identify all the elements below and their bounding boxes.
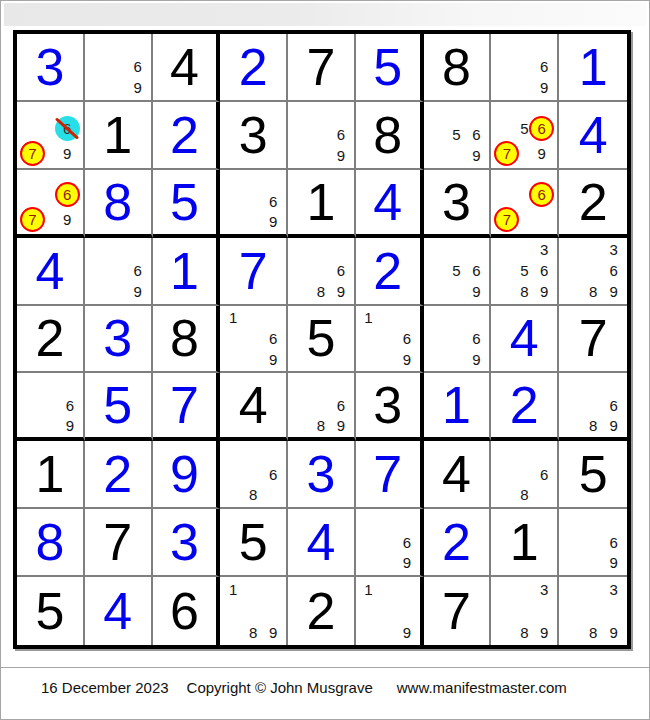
candidate-digit: 6: [540, 59, 548, 74]
cell-r9c7[interactable]: 7: [424, 577, 492, 645]
cell-r3c7[interactable]: 3: [424, 170, 492, 238]
solved-digit: 4: [35, 245, 64, 297]
candidate-digit: 9: [472, 148, 480, 163]
cell-r7c2[interactable]: 2: [85, 441, 153, 509]
cell-r9c2[interactable]: 4: [85, 577, 153, 645]
candidate-position: 3: [603, 240, 624, 261]
given-digit: 7: [307, 41, 336, 93]
cell-r9c1[interactable]: 5: [17, 577, 85, 645]
candidate-digit: 9: [66, 418, 74, 433]
cell-r6c3[interactable]: 7: [153, 373, 221, 441]
candidate-position: 6: [467, 328, 487, 349]
candidate-digit: 6: [133, 59, 141, 74]
solved-digit: 8: [35, 516, 64, 568]
cell-r4c1[interactable]: 4: [17, 238, 85, 306]
cell-r2c2[interactable]: 1: [85, 102, 153, 170]
cell-r7c1[interactable]: 1: [17, 441, 85, 509]
candidate-digit: 9: [610, 418, 618, 433]
candidate-position: 1: [359, 308, 378, 329]
cell-r5c1[interactable]: 2: [17, 306, 85, 374]
candidate-digit: 6: [269, 331, 277, 346]
cell-r3c4[interactable]: 69: [220, 170, 288, 238]
candidate-position: 6: [529, 116, 554, 141]
solved-digit: 2: [442, 516, 471, 568]
given-digit: 5: [307, 312, 336, 364]
cell-r6c4[interactable]: 4: [220, 373, 288, 441]
given-digit: 1: [307, 176, 336, 228]
given-digit: 1: [35, 448, 64, 500]
cell-r6c6[interactable]: 3: [356, 373, 424, 441]
cell-r3c5[interactable]: 1: [288, 170, 356, 238]
candidate-position: 9: [467, 281, 487, 302]
solved-digit: 7: [373, 448, 402, 500]
given-digit: 3: [373, 379, 402, 431]
candidate-digit: 6: [269, 467, 277, 482]
cell-r7c6[interactable]: 7: [356, 441, 424, 509]
candidate-position: 6: [397, 328, 416, 349]
given-digit: 3: [239, 109, 268, 161]
cell-r4c4[interactable]: 7: [220, 238, 288, 306]
candidate-grid: 69: [85, 238, 151, 304]
cell-r8c3[interactable]: 3: [153, 509, 221, 577]
candidate-position: 6: [467, 125, 487, 146]
given-digit: 3: [442, 176, 471, 228]
cell-r9c6[interactable]: 19: [356, 577, 424, 645]
cell-r4c8[interactable]: 35689: [491, 238, 559, 306]
candidate-position: 5: [514, 260, 534, 281]
candidate-position: 6: [397, 532, 416, 553]
cell-r5c8[interactable]: 4: [491, 306, 559, 374]
candidate-grid: 69: [288, 102, 354, 168]
cell-r6c9[interactable]: 689: [559, 373, 627, 441]
cell-r7c3[interactable]: 9: [153, 441, 221, 509]
candidate-position: 6: [55, 182, 80, 207]
candidate-digit: 9: [269, 214, 277, 229]
cell-r9c9[interactable]: 389: [559, 577, 627, 645]
given-digit: 8: [170, 312, 199, 364]
candidate-position: 9: [263, 212, 283, 232]
candidate-grid: 689: [559, 373, 627, 437]
candidate-digit: 9: [403, 625, 411, 640]
cell-r4c2[interactable]: 69: [85, 238, 153, 306]
candidate-position: 6: [534, 464, 554, 485]
given-digit: 2: [307, 585, 336, 637]
solved-digit: 4: [373, 176, 402, 228]
candidate-digit: 9: [337, 148, 345, 163]
solved-digit: 4: [510, 312, 539, 364]
candidate-grid: 679: [17, 102, 83, 168]
candidate-position: 6: [603, 260, 624, 281]
cell-r2c9[interactable]: 4: [559, 102, 627, 170]
candidate-grid: 689: [288, 373, 354, 437]
candidate-circled-yellow: 6: [529, 116, 554, 141]
candidate-digit: 9: [538, 146, 546, 161]
solved-digit: 4: [103, 585, 132, 637]
footer-website: www.manifestmaster.com: [397, 679, 567, 696]
candidate-grid: 3689: [559, 238, 627, 304]
candidate-position: 6: [467, 260, 487, 281]
candidate-grid: 69: [220, 170, 286, 234]
candidate-position: 8: [583, 281, 604, 302]
candidate-digit: 3: [610, 242, 618, 257]
candidate-position: 1: [359, 579, 378, 600]
solved-digit: 2: [103, 448, 132, 500]
solved-digit: 2: [373, 245, 402, 297]
solved-digit: 9: [170, 448, 199, 500]
candidate-digit: 9: [133, 80, 141, 95]
cell-r1c5[interactable]: 7: [288, 34, 356, 102]
cell-r3c1[interactable]: 679: [17, 170, 85, 238]
candidate-digit: 8: [317, 284, 325, 299]
candidate-grid: 5679: [491, 102, 557, 168]
cell-r6c2[interactable]: 5: [85, 373, 153, 441]
cell-r6c7[interactable]: 1: [424, 373, 492, 441]
candidate-grid: 69: [356, 509, 420, 575]
cell-r8c2[interactable]: 7: [85, 509, 153, 577]
solved-digit: 1: [579, 41, 608, 93]
candidate-digit: 9: [540, 284, 548, 299]
cell-r6c1[interactable]: 69: [17, 373, 85, 441]
candidate-grid: 69: [491, 34, 557, 100]
solved-digit: 4: [307, 516, 336, 568]
candidate-position: 5: [447, 125, 467, 146]
cell-r8c6[interactable]: 69: [356, 509, 424, 577]
cell-r3c2[interactable]: 8: [85, 170, 153, 238]
cell-r5c9[interactable]: 7: [559, 306, 627, 374]
candidate-position: 9: [603, 552, 624, 573]
candidate-digit: 8: [520, 284, 528, 299]
candidate-position: 6: [331, 125, 351, 146]
cell-r7c5[interactable]: 3: [288, 441, 356, 509]
candidate-digit: 1: [229, 310, 237, 325]
solved-digit: 2: [239, 41, 268, 93]
candidate-digit: 1: [364, 310, 372, 325]
candidate-position: 9: [529, 141, 554, 166]
given-digit: 7: [579, 312, 608, 364]
candidate-position: 9: [603, 281, 624, 302]
candidate-grid: 69: [85, 34, 151, 100]
solved-digit: 5: [170, 176, 199, 228]
given-digit: 5: [35, 585, 64, 637]
candidate-digit: 6: [403, 331, 411, 346]
candidate-grid: 69: [17, 373, 83, 437]
candidate-position: 9: [128, 281, 148, 302]
cell-r8c9[interactable]: 69: [559, 509, 627, 577]
footer-date: 16 December 2023: [41, 679, 169, 696]
solved-digit: 3: [103, 312, 132, 364]
candidate-position: 6: [331, 260, 351, 281]
cell-r9c8[interactable]: 389: [491, 577, 559, 645]
candidate-digit: 5: [520, 263, 528, 278]
candidate-digit: 5: [520, 121, 528, 136]
candidate-digit: 9: [337, 418, 345, 433]
candidate-position: 6: [263, 192, 283, 212]
solved-digit: 5: [373, 41, 402, 93]
candidate-digit: 8: [589, 418, 597, 433]
candidate-digit: 3: [540, 582, 548, 597]
cell-r1c1[interactable]: 3: [17, 34, 85, 102]
cell-r4c6[interactable]: 2: [356, 238, 424, 306]
candidate-digit: 6: [66, 398, 74, 413]
cell-r2c4[interactable]: 3: [220, 102, 288, 170]
cell-r1c6[interactable]: 5: [356, 34, 424, 102]
candidate-digit: 9: [133, 284, 141, 299]
cell-r3c9[interactable]: 2: [559, 170, 627, 238]
cell-r9c5[interactable]: 2: [288, 577, 356, 645]
given-digit: 8: [442, 41, 471, 93]
candidate-digit: 8: [520, 625, 528, 640]
cell-r5c4[interactable]: 169: [220, 306, 288, 374]
candidate-digit: 9: [472, 352, 480, 367]
candidate-position: 6: [534, 57, 554, 78]
candidate-position: 9: [331, 415, 351, 435]
candidate-position: 6: [534, 260, 554, 281]
candidate-position: 8: [243, 622, 263, 643]
candidate-position: 8: [311, 415, 331, 435]
cell-r9c3[interactable]: 6: [153, 577, 221, 645]
candidate-digit: 9: [472, 284, 480, 299]
cell-r2c7[interactable]: 569: [424, 102, 492, 170]
candidate-position: 9: [534, 281, 554, 302]
candidate-circled-yellow: 7: [20, 207, 45, 232]
candidate-grid: 679: [17, 170, 83, 234]
solved-digit: 1: [442, 379, 471, 431]
footer-copyright: Copyright © John Musgrave: [187, 679, 373, 696]
cell-r8c1[interactable]: 8: [17, 509, 85, 577]
given-digit: 2: [35, 312, 64, 364]
candidate-position: 1: [223, 579, 243, 600]
cell-r3c8[interactable]: 67: [491, 170, 559, 238]
given-digit: 2: [579, 176, 608, 228]
candidate-digit: 8: [520, 487, 528, 502]
cell-r5c2[interactable]: 3: [85, 306, 153, 374]
cell-r8c4[interactable]: 5: [220, 509, 288, 577]
candidate-digit: 8: [249, 625, 257, 640]
candidate-position: 5: [519, 116, 529, 141]
cell-r7c8[interactable]: 68: [491, 441, 559, 509]
candidate-position: 6: [603, 395, 624, 415]
candidate-grid: 569: [424, 238, 490, 304]
cell-r2c5[interactable]: 69: [288, 102, 356, 170]
candidate-position: 9: [128, 77, 148, 98]
candidate-position: 8: [514, 281, 534, 302]
cell-r7c9[interactable]: 5: [559, 441, 627, 509]
candidate-grid: 68: [491, 441, 557, 507]
candidate-position: 9: [534, 77, 554, 98]
candidate-grid: 169: [220, 306, 286, 372]
candidate-position: 6: [263, 328, 283, 349]
cell-r5c5[interactable]: 5: [288, 306, 356, 374]
candidate-position: 9: [397, 622, 416, 643]
cell-r5c6[interactable]: 169: [356, 306, 424, 374]
cell-r8c7[interactable]: 2: [424, 509, 492, 577]
cell-r9c4[interactable]: 189: [220, 577, 288, 645]
candidate-digit: 8: [317, 418, 325, 433]
candidate-digit: 6: [337, 127, 345, 142]
candidate-digit: 9: [610, 555, 618, 570]
candidate-position: 5: [447, 260, 467, 281]
candidate-grid: 389: [491, 577, 557, 645]
candidate-digit: 9: [269, 352, 277, 367]
candidate-digit: 3: [540, 242, 548, 257]
cell-r2c3[interactable]: 2: [153, 102, 221, 170]
cell-r6c5[interactable]: 689: [288, 373, 356, 441]
candidate-digit: 6: [540, 263, 548, 278]
cell-r7c7[interactable]: 4: [424, 441, 492, 509]
given-digit: 6: [170, 585, 199, 637]
footer: 16 December 2023 Copyright © John Musgra…: [41, 679, 567, 696]
given-digit: 8: [373, 109, 402, 161]
candidate-position: 9: [60, 415, 80, 435]
candidate-digit: 6: [610, 398, 618, 413]
cell-r5c3[interactable]: 8: [153, 306, 221, 374]
candidate-digit: 3: [610, 582, 618, 597]
cell-r4c3[interactable]: 1: [153, 238, 221, 306]
solved-digit: 2: [170, 109, 199, 161]
candidate-position: 8: [514, 485, 534, 506]
candidate-position: 7: [20, 207, 45, 232]
candidate-grid: 68: [220, 441, 286, 507]
candidate-digit: 9: [403, 555, 411, 570]
candidate-digit: 6: [472, 263, 480, 278]
candidate-position: 9: [534, 622, 554, 643]
solved-digit: 2: [510, 379, 539, 431]
candidate-circled-yellow: 7: [20, 141, 45, 166]
cell-r4c5[interactable]: 689: [288, 238, 356, 306]
candidate-position: 1: [223, 308, 243, 329]
candidate-position: 3: [603, 579, 624, 600]
title-bar: [4, 3, 646, 26]
cell-r3c6[interactable]: 4: [356, 170, 424, 238]
cell-r6c8[interactable]: 2: [491, 373, 559, 441]
solved-digit: 7: [170, 379, 199, 431]
candidate-digit: 9: [63, 146, 71, 161]
cell-r2c1[interactable]: 679: [17, 102, 85, 170]
cell-r3c3[interactable]: 5: [153, 170, 221, 238]
given-digit: 7: [103, 516, 132, 568]
candidate-grid: 689: [288, 238, 354, 304]
solved-digit: 3: [170, 516, 199, 568]
candidate-digit: 6: [540, 467, 548, 482]
candidate-digit: 8: [589, 284, 597, 299]
candidate-circled-yellow: 7: [494, 141, 519, 166]
cell-r4c9[interactable]: 3689: [559, 238, 627, 306]
candidate-digit: 1: [364, 582, 372, 597]
candidate-position: 8: [243, 485, 263, 506]
solved-digit: 5: [103, 379, 132, 431]
candidate-digit: 9: [403, 352, 411, 367]
candidate-grid: 169: [356, 306, 420, 372]
candidate-position: 3: [534, 579, 554, 600]
candidate-digit: 8: [589, 625, 597, 640]
candidate-digit: 5: [452, 263, 460, 278]
candidate-digit: 6: [472, 331, 480, 346]
candidate-digit: 6: [610, 535, 618, 550]
cell-r7c4[interactable]: 68: [220, 441, 288, 509]
candidate-digit: 6: [269, 194, 277, 209]
solved-digit: 3: [307, 448, 336, 500]
candidate-position: 6: [603, 532, 624, 553]
cell-r8c5[interactable]: 4: [288, 509, 356, 577]
candidate-position: 6: [55, 116, 80, 141]
given-digit: 5: [579, 448, 608, 500]
candidate-position: 7: [494, 207, 519, 232]
given-digit: 4: [170, 41, 199, 93]
cell-r1c9[interactable]: 1: [559, 34, 627, 102]
candidate-position: 9: [397, 552, 416, 573]
cell-r5c7[interactable]: 69: [424, 306, 492, 374]
cell-r1c4[interactable]: 2: [220, 34, 288, 102]
candidate-position: 9: [55, 207, 80, 232]
candidate-digit: 8: [249, 487, 257, 502]
candidate-digit: 6: [337, 263, 345, 278]
candidate-circled-yellow: 7: [494, 207, 519, 232]
solved-digit: 4: [579, 109, 608, 161]
candidate-position: 7: [494, 141, 519, 166]
solved-digit: 1: [170, 245, 199, 297]
cell-r1c2[interactable]: 69: [85, 34, 153, 102]
candidate-position: 9: [55, 141, 80, 166]
given-digit: 4: [239, 379, 268, 431]
cell-r1c8[interactable]: 69: [491, 34, 559, 102]
given-digit: 1: [103, 109, 132, 161]
candidate-digit: 6: [403, 535, 411, 550]
candidate-position: 8: [514, 622, 534, 643]
candidate-position: 7: [20, 141, 45, 166]
candidate-grid: 189: [220, 577, 286, 645]
candidate-position: 9: [397, 349, 416, 370]
cell-r2c6[interactable]: 8: [356, 102, 424, 170]
candidate-digit: 9: [610, 284, 618, 299]
candidate-circled-yellow: 6: [529, 182, 554, 207]
candidate-digit: 1: [229, 582, 237, 597]
candidate-position: 8: [311, 281, 331, 302]
given-digit: 1: [510, 516, 539, 568]
given-digit: 7: [442, 585, 471, 637]
candidate-digit: 6: [472, 127, 480, 142]
cell-r8c8[interactable]: 1: [491, 509, 559, 577]
candidate-grid: 19: [356, 577, 420, 645]
given-digit: 4: [442, 448, 471, 500]
candidate-position: 6: [331, 395, 351, 415]
solved-digit: 8: [103, 176, 132, 228]
sudoku-app-window: 3694275869167912369856956794679856914367…: [0, 0, 650, 720]
candidate-position: 9: [331, 145, 351, 166]
candidate-position: 9: [331, 281, 351, 302]
cell-r4c7[interactable]: 569: [424, 238, 492, 306]
given-digit: 5: [239, 516, 268, 568]
candidate-position: 8: [583, 622, 604, 643]
candidate-position: 9: [603, 415, 624, 435]
candidate-position: 6: [263, 464, 283, 485]
cell-r1c7[interactable]: 8: [424, 34, 492, 102]
cell-r2c8[interactable]: 5679: [491, 102, 559, 170]
candidate-position: 6: [529, 182, 554, 207]
candidate-circled-yellow: 6: [55, 182, 80, 207]
footer-divider: [1, 667, 649, 668]
candidate-position: 9: [263, 349, 283, 370]
candidate-position: 6: [60, 395, 80, 415]
candidate-position: 8: [583, 415, 604, 435]
candidate-grid: 35689: [491, 238, 557, 304]
candidate-digit: 9: [610, 625, 618, 640]
candidate-position: 9: [467, 145, 487, 166]
candidate-grid: 69: [424, 306, 490, 372]
cell-r1c3[interactable]: 4: [153, 34, 221, 102]
candidate-position: 9: [263, 622, 283, 643]
candidate-grid: 67: [491, 170, 557, 234]
candidate-position: 6: [128, 260, 148, 281]
